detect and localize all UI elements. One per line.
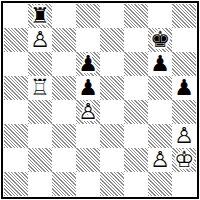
square-f6[interactable] <box>124 52 148 76</box>
piece-white-pawn[interactable]: ♙ <box>30 28 50 52</box>
square-e4[interactable] <box>100 100 124 124</box>
piece-white-rook[interactable]: ♖ <box>30 76 50 100</box>
square-h5[interactable]: ♟ <box>172 76 196 100</box>
square-f7[interactable] <box>124 28 148 52</box>
square-h4[interactable] <box>172 100 196 124</box>
square-c5[interactable] <box>52 76 76 100</box>
board-frame: ♜♙♚♟♟♖♟♟♙♙♙♔ <box>1 1 199 199</box>
square-a1[interactable] <box>4 172 28 196</box>
square-d5[interactable]: ♟ <box>76 76 100 100</box>
square-f1[interactable] <box>124 172 148 196</box>
square-g7[interactable]: ♚ <box>148 28 172 52</box>
square-a8[interactable] <box>4 4 28 28</box>
square-c1[interactable] <box>52 172 76 196</box>
piece-white-king[interactable]: ♔ <box>174 148 194 172</box>
square-e8[interactable] <box>100 4 124 28</box>
square-c8[interactable] <box>52 4 76 28</box>
piece-black-king[interactable]: ♚ <box>150 28 170 52</box>
square-a2[interactable] <box>4 148 28 172</box>
square-d3[interactable] <box>76 124 100 148</box>
piece-black-pawn[interactable]: ♟ <box>174 76 194 100</box>
square-a3[interactable] <box>4 124 28 148</box>
piece-white-pawn[interactable]: ♙ <box>174 124 194 148</box>
square-g6[interactable]: ♟ <box>148 52 172 76</box>
square-e3[interactable] <box>100 124 124 148</box>
square-d8[interactable] <box>76 4 100 28</box>
square-e1[interactable] <box>100 172 124 196</box>
square-d4[interactable]: ♙ <box>76 100 100 124</box>
square-a5[interactable] <box>4 76 28 100</box>
piece-white-pawn[interactable]: ♙ <box>150 148 170 172</box>
square-h3[interactable]: ♙ <box>172 124 196 148</box>
square-a4[interactable] <box>4 100 28 124</box>
square-e7[interactable] <box>100 28 124 52</box>
piece-black-pawn[interactable]: ♟ <box>78 76 98 100</box>
square-b2[interactable] <box>28 148 52 172</box>
square-b1[interactable] <box>28 172 52 196</box>
square-a6[interactable] <box>4 52 28 76</box>
square-c6[interactable] <box>52 52 76 76</box>
square-g8[interactable] <box>148 4 172 28</box>
square-h8[interactable] <box>172 4 196 28</box>
square-h1[interactable] <box>172 172 196 196</box>
square-b7[interactable]: ♙ <box>28 28 52 52</box>
square-c7[interactable] <box>52 28 76 52</box>
piece-black-pawn[interactable]: ♟ <box>78 52 98 76</box>
square-d1[interactable] <box>76 172 100 196</box>
square-c2[interactable] <box>52 148 76 172</box>
square-g1[interactable] <box>148 172 172 196</box>
square-d6[interactable]: ♟ <box>76 52 100 76</box>
square-g4[interactable] <box>148 100 172 124</box>
piece-black-pawn[interactable]: ♟ <box>150 52 170 76</box>
square-c4[interactable] <box>52 100 76 124</box>
square-f5[interactable] <box>124 76 148 100</box>
square-h7[interactable] <box>172 28 196 52</box>
square-d2[interactable] <box>76 148 100 172</box>
square-a7[interactable] <box>4 28 28 52</box>
square-e5[interactable] <box>100 76 124 100</box>
chess-board: ♜♙♚♟♟♖♟♟♙♙♙♔ <box>4 4 196 196</box>
square-h2[interactable]: ♔ <box>172 148 196 172</box>
square-b6[interactable] <box>28 52 52 76</box>
square-h6[interactable] <box>172 52 196 76</box>
square-f8[interactable] <box>124 4 148 28</box>
square-b8[interactable]: ♜ <box>28 4 52 28</box>
square-g2[interactable]: ♙ <box>148 148 172 172</box>
square-b5[interactable]: ♖ <box>28 76 52 100</box>
square-c3[interactable] <box>52 124 76 148</box>
square-f4[interactable] <box>124 100 148 124</box>
square-e6[interactable] <box>100 52 124 76</box>
square-f2[interactable] <box>124 148 148 172</box>
square-f3[interactable] <box>124 124 148 148</box>
square-e2[interactable] <box>100 148 124 172</box>
square-d7[interactable] <box>76 28 100 52</box>
square-g5[interactable] <box>148 76 172 100</box>
square-b3[interactable] <box>28 124 52 148</box>
square-b4[interactable] <box>28 100 52 124</box>
piece-white-pawn[interactable]: ♙ <box>78 100 98 124</box>
square-g3[interactable] <box>148 124 172 148</box>
piece-black-rook[interactable]: ♜ <box>30 4 50 28</box>
